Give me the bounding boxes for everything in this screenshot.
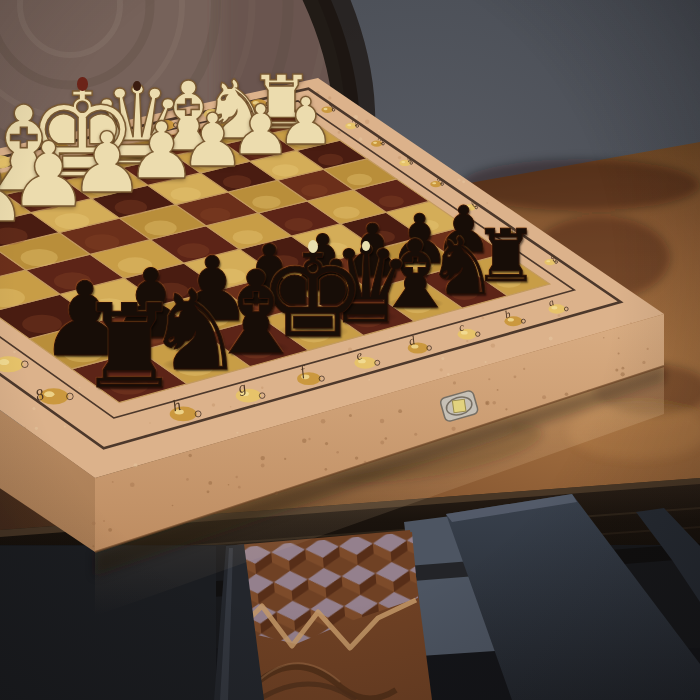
amber-inlay bbox=[204, 109, 223, 119]
amber-inlay bbox=[155, 120, 175, 131]
amber-inlay bbox=[47, 143, 70, 155]
chess-board: h88g77f66e55d44c33b22a11 bbox=[0, 0, 700, 700]
photo-stage: h88g77f66e55d44c33b22a11 ♜♞♝♛♚♝♞♜♟♟♟♟♟♟♟… bbox=[0, 0, 700, 700]
amber-inlay bbox=[103, 131, 124, 143]
latch-amber-inlay bbox=[452, 399, 466, 413]
amber-inlay bbox=[250, 99, 268, 109]
